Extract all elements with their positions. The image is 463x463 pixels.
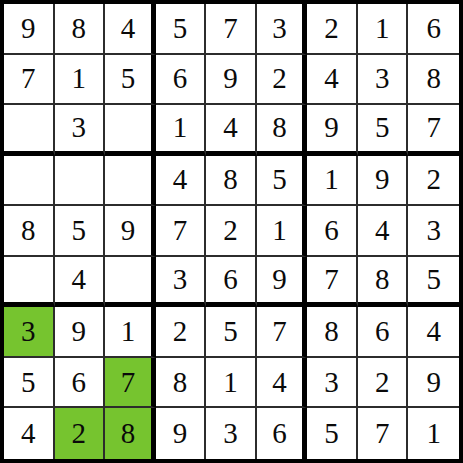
- cell-r1c6[interactable]: 3: [257, 4, 308, 55]
- cell-r8c8[interactable]: 2: [358, 358, 409, 409]
- cell-r7c4[interactable]: 2: [156, 307, 207, 358]
- cell-r4c8[interactable]: 9: [358, 156, 409, 207]
- cell-r3c5[interactable]: 4: [206, 105, 257, 156]
- cell-r5c5[interactable]: 2: [206, 206, 257, 257]
- cell-r7c7[interactable]: 8: [307, 307, 358, 358]
- cell-r2c4[interactable]: 6: [156, 55, 207, 106]
- cell-r8c2[interactable]: 6: [55, 358, 106, 409]
- cell-r8c7[interactable]: 3: [307, 358, 358, 409]
- cell-r6c8[interactable]: 8: [358, 257, 409, 308]
- cell-r6c7[interactable]: 7: [307, 257, 358, 308]
- cell-r5c2[interactable]: 5: [55, 206, 106, 257]
- cell-r8c6[interactable]: 4: [257, 358, 308, 409]
- cell-r9c2[interactable]: 2: [55, 408, 106, 459]
- cell-r4c7[interactable]: 1: [307, 156, 358, 207]
- cell-r2c7[interactable]: 4: [307, 55, 358, 106]
- cell-r6c9[interactable]: 5: [408, 257, 459, 308]
- sudoku-board: 9845732167156924383148957485192859721643…: [0, 0, 463, 463]
- cell-r9c8[interactable]: 7: [358, 408, 409, 459]
- cell-r6c2[interactable]: 4: [55, 257, 106, 308]
- cell-r2c3[interactable]: 5: [105, 55, 156, 106]
- cell-r1c4[interactable]: 5: [156, 4, 207, 55]
- cell-r8c5[interactable]: 1: [206, 358, 257, 409]
- cell-r6c1[interactable]: [4, 257, 55, 308]
- sudoku-app: 9845732167156924383148957485192859721643…: [0, 0, 463, 463]
- cell-r8c1[interactable]: 5: [4, 358, 55, 409]
- cell-r5c9[interactable]: 3: [408, 206, 459, 257]
- cell-r5c6[interactable]: 1: [257, 206, 308, 257]
- cell-r5c7[interactable]: 6: [307, 206, 358, 257]
- cell-r1c7[interactable]: 2: [307, 4, 358, 55]
- cell-r4c2[interactable]: [55, 156, 106, 207]
- cell-r4c5[interactable]: 8: [206, 156, 257, 207]
- cell-r3c7[interactable]: 9: [307, 105, 358, 156]
- cell-r3c2[interactable]: 3: [55, 105, 106, 156]
- cell-r7c3[interactable]: 1: [105, 307, 156, 358]
- cell-r9c5[interactable]: 3: [206, 408, 257, 459]
- cell-r1c8[interactable]: 1: [358, 4, 409, 55]
- cell-r2c9[interactable]: 8: [408, 55, 459, 106]
- cell-r4c1[interactable]: [4, 156, 55, 207]
- cell-r6c3[interactable]: [105, 257, 156, 308]
- cell-r6c6[interactable]: 9: [257, 257, 308, 308]
- cell-r3c9[interactable]: 7: [408, 105, 459, 156]
- cell-r6c5[interactable]: 6: [206, 257, 257, 308]
- cell-r3c8[interactable]: 5: [358, 105, 409, 156]
- cell-r1c3[interactable]: 4: [105, 4, 156, 55]
- cell-r7c2[interactable]: 9: [55, 307, 106, 358]
- cell-r2c1[interactable]: 7: [4, 55, 55, 106]
- cell-r2c8[interactable]: 3: [358, 55, 409, 106]
- cell-r8c9[interactable]: 9: [408, 358, 459, 409]
- cell-r5c4[interactable]: 7: [156, 206, 207, 257]
- cell-r8c3[interactable]: 7: [105, 358, 156, 409]
- cell-r9c1[interactable]: 4: [4, 408, 55, 459]
- cell-r9c4[interactable]: 9: [156, 408, 207, 459]
- cell-r1c5[interactable]: 7: [206, 4, 257, 55]
- cell-r4c3[interactable]: [105, 156, 156, 207]
- cell-r9c3[interactable]: 8: [105, 408, 156, 459]
- cell-r2c6[interactable]: 2: [257, 55, 308, 106]
- cell-r7c6[interactable]: 7: [257, 307, 308, 358]
- cell-r4c6[interactable]: 5: [257, 156, 308, 207]
- cell-r9c9[interactable]: 1: [408, 408, 459, 459]
- cell-r1c2[interactable]: 8: [55, 4, 106, 55]
- cell-r7c8[interactable]: 6: [358, 307, 409, 358]
- cell-r9c6[interactable]: 6: [257, 408, 308, 459]
- cell-r4c9[interactable]: 2: [408, 156, 459, 207]
- cell-r6c4[interactable]: 3: [156, 257, 207, 308]
- cell-r3c1[interactable]: [4, 105, 55, 156]
- cell-r9c7[interactable]: 5: [307, 408, 358, 459]
- cell-r7c5[interactable]: 5: [206, 307, 257, 358]
- cell-r8c4[interactable]: 8: [156, 358, 207, 409]
- cell-r3c3[interactable]: [105, 105, 156, 156]
- cell-r3c6[interactable]: 8: [257, 105, 308, 156]
- cell-r1c1[interactable]: 9: [4, 4, 55, 55]
- cell-r5c3[interactable]: 9: [105, 206, 156, 257]
- cell-r5c1[interactable]: 8: [4, 206, 55, 257]
- cell-r1c9[interactable]: 6: [408, 4, 459, 55]
- cell-r7c1[interactable]: 3: [4, 307, 55, 358]
- cell-r3c4[interactable]: 1: [156, 105, 207, 156]
- cell-r2c2[interactable]: 1: [55, 55, 106, 106]
- cell-r7c9[interactable]: 4: [408, 307, 459, 358]
- cell-r4c4[interactable]: 4: [156, 156, 207, 207]
- cell-r5c8[interactable]: 4: [358, 206, 409, 257]
- cell-r2c5[interactable]: 9: [206, 55, 257, 106]
